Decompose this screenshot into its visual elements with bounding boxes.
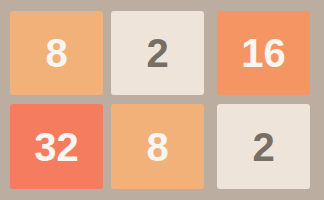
tile-16: 16 — [217, 11, 310, 95]
tile-8: 8 — [111, 104, 204, 189]
2048-board[interactable]: 82163282 — [0, 0, 324, 200]
tile-grid: 82163282 — [10, 11, 310, 189]
tile-8: 8 — [10, 11, 103, 95]
tile-32: 32 — [10, 104, 103, 189]
tile-2: 2 — [217, 104, 310, 189]
tile-2: 2 — [111, 11, 204, 95]
